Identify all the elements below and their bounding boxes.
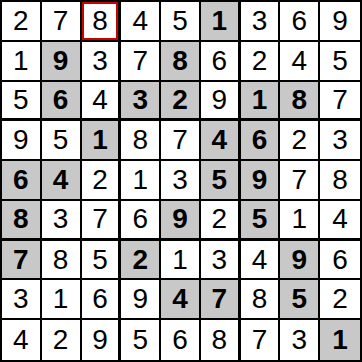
cell-r5c9[interactable]: 8 [320, 161, 360, 201]
cell-r6c8[interactable]: 1 [280, 201, 320, 241]
cell-r3c4[interactable]: 3 [121, 82, 161, 122]
cell-r3c7[interactable]: 1 [241, 82, 281, 122]
cell-r7c6[interactable]: 3 [201, 241, 241, 281]
cell-r6c1[interactable]: 8 [2, 201, 42, 241]
cell-r7c3[interactable]: 5 [82, 241, 122, 281]
cell-r4c4[interactable]: 8 [121, 121, 161, 161]
sudoku-board: 2784513691937862455643291879518746236421… [0, 0, 362, 362]
cell-r9c8[interactable]: 3 [280, 320, 320, 360]
cell-r9c5[interactable]: 6 [161, 320, 201, 360]
cell-r6c4[interactable]: 6 [121, 201, 161, 241]
cell-r7c9[interactable]: 6 [320, 241, 360, 281]
cell-r8c7[interactable]: 8 [241, 280, 281, 320]
cell-r2c3[interactable]: 3 [82, 42, 122, 82]
cell-r2c4[interactable]: 7 [121, 42, 161, 82]
cell-r8c3[interactable]: 6 [82, 280, 122, 320]
cell-r7c4[interactable]: 2 [121, 241, 161, 281]
cell-r9c4[interactable]: 5 [121, 320, 161, 360]
cell-r5c4[interactable]: 1 [121, 161, 161, 201]
cell-r3c9[interactable]: 7 [320, 82, 360, 122]
cell-r2c7[interactable]: 2 [241, 42, 281, 82]
cell-r9c1[interactable]: 4 [2, 320, 42, 360]
cell-r2c1[interactable]: 1 [2, 42, 42, 82]
cell-r7c8[interactable]: 9 [280, 241, 320, 281]
cell-r1c4[interactable]: 4 [121, 2, 161, 42]
cell-r9c9[interactable]: 1 [320, 320, 360, 360]
cell-r8c6[interactable]: 7 [201, 280, 241, 320]
cell-r2c9[interactable]: 5 [320, 42, 360, 82]
cell-r5c5[interactable]: 3 [161, 161, 201, 201]
cell-r3c3[interactable]: 4 [82, 82, 122, 122]
cell-r7c5[interactable]: 1 [161, 241, 201, 281]
cell-r1c1[interactable]: 2 [2, 2, 42, 42]
cell-r8c8[interactable]: 5 [280, 280, 320, 320]
cell-r6c9[interactable]: 4 [320, 201, 360, 241]
cell-r1c3[interactable]: 8 [82, 2, 122, 42]
cell-r5c7[interactable]: 9 [241, 161, 281, 201]
cell-r9c2[interactable]: 2 [42, 320, 82, 360]
cell-r8c2[interactable]: 1 [42, 280, 82, 320]
cell-r1c7[interactable]: 3 [241, 2, 281, 42]
cell-r3c5[interactable]: 2 [161, 82, 201, 122]
cell-r8c5[interactable]: 4 [161, 280, 201, 320]
cell-r3c6[interactable]: 9 [201, 82, 241, 122]
cell-r8c4[interactable]: 9 [121, 280, 161, 320]
cell-r4c5[interactable]: 7 [161, 121, 201, 161]
cell-r6c5[interactable]: 9 [161, 201, 201, 241]
cell-r6c6[interactable]: 2 [201, 201, 241, 241]
cell-r9c6[interactable]: 8 [201, 320, 241, 360]
cell-r9c7[interactable]: 7 [241, 320, 281, 360]
cell-r5c3[interactable]: 2 [82, 161, 122, 201]
cell-r4c3[interactable]: 1 [82, 121, 122, 161]
cell-r5c8[interactable]: 7 [280, 161, 320, 201]
cell-r6c2[interactable]: 3 [42, 201, 82, 241]
cell-r3c8[interactable]: 8 [280, 82, 320, 122]
cell-r2c5[interactable]: 8 [161, 42, 201, 82]
cell-r2c2[interactable]: 9 [42, 42, 82, 82]
cell-r5c2[interactable]: 4 [42, 161, 82, 201]
cell-r4c2[interactable]: 5 [42, 121, 82, 161]
cell-r4c6[interactable]: 4 [201, 121, 241, 161]
cell-r7c7[interactable]: 4 [241, 241, 281, 281]
cell-r3c2[interactable]: 6 [42, 82, 82, 122]
cell-r5c1[interactable]: 6 [2, 161, 42, 201]
cell-r9c3[interactable]: 9 [82, 320, 122, 360]
cell-r6c7[interactable]: 5 [241, 201, 281, 241]
cell-r1c2[interactable]: 7 [42, 2, 82, 42]
cell-r5c6[interactable]: 5 [201, 161, 241, 201]
cell-r4c7[interactable]: 6 [241, 121, 281, 161]
cell-r7c1[interactable]: 7 [2, 241, 42, 281]
cell-r4c1[interactable]: 9 [2, 121, 42, 161]
cell-r4c9[interactable]: 3 [320, 121, 360, 161]
cell-r8c9[interactable]: 2 [320, 280, 360, 320]
cell-r1c5[interactable]: 5 [161, 2, 201, 42]
cell-r3c1[interactable]: 5 [2, 82, 42, 122]
cell-r1c6[interactable]: 1 [201, 2, 241, 42]
cell-r2c6[interactable]: 6 [201, 42, 241, 82]
cell-r7c2[interactable]: 8 [42, 241, 82, 281]
cell-r1c9[interactable]: 9 [320, 2, 360, 42]
cell-r8c1[interactable]: 3 [2, 280, 42, 320]
cell-r4c8[interactable]: 2 [280, 121, 320, 161]
cell-r2c8[interactable]: 4 [280, 42, 320, 82]
cell-r1c8[interactable]: 6 [280, 2, 320, 42]
cell-r6c3[interactable]: 7 [82, 201, 122, 241]
